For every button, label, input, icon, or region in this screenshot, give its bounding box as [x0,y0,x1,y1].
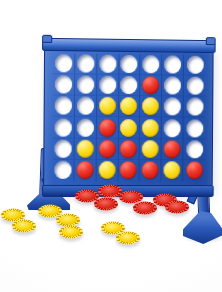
connect-four-photo [0,0,222,292]
yellow-table-checker[interactable] [116,232,140,245]
red-table-checker[interactable] [133,202,157,215]
red-table-checker[interactable] [94,198,118,211]
red-table-checker[interactable] [165,201,189,214]
yellow-table-checker[interactable] [59,226,83,239]
yellow-table-checker[interactable] [56,214,80,227]
yellow-table-checker[interactable] [12,220,36,233]
table-pieces-layer [0,0,222,292]
